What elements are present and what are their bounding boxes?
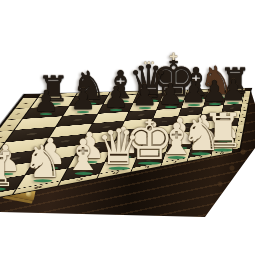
piece-white-knight-b1[interactable]: ♞ [23, 139, 63, 184]
pawn-glyph: ♟ [33, 87, 59, 116]
green-felt-base [33, 180, 52, 183]
cream-cross-finial: ✚ [169, 52, 177, 62]
piece-black-pawn-e7[interactable]: ♟ [158, 80, 184, 109]
green-felt-base [138, 162, 161, 165]
bishop-glyph: ♝ [64, 134, 103, 177]
queen-glyph: ♛ [97, 123, 141, 172]
chess-set-photo: ◆◆◆◆◆◆◆◆◆◆◆◆◆◆◆◆◆◆◆◆◆◆◆◆ABCDEFGH ♜♞♝♚✚♛•… [0, 0, 255, 255]
piece-white-rook-a1[interactable]: ♜ [0, 146, 17, 193]
pawn-glyph: ♟ [70, 85, 96, 114]
green-felt-base [40, 113, 52, 115]
piece-white-bishop-c1[interactable]: ♝ [64, 134, 103, 177]
knight-glyph: ♞ [23, 139, 63, 184]
piece-black-pawn-d7[interactable]: ♟ [132, 81, 158, 110]
pawn-glyph: ♟ [132, 81, 158, 110]
pieces-layer: ♜♞♝♚✚♛•••♝♞♟♜♟♟♟♟♟♟♟♟♟♟♜♟♞♟♝♟♚♛♟♝♟♞♜ [0, 0, 255, 255]
cream-dots-finial: ••• [143, 60, 154, 68]
green-felt-base [77, 111, 89, 113]
piece-black-pawn-a7[interactable]: ♟ [33, 87, 59, 116]
piece-white-queen-d1[interactable]: ♛ [97, 123, 141, 172]
green-felt-base [108, 167, 129, 170]
green-felt-base [74, 172, 92, 175]
rook-glyph: ♜ [0, 146, 17, 193]
green-felt-base [188, 104, 200, 106]
piece-black-pawn-b7[interactable]: ♟ [70, 85, 96, 114]
pawn-glyph: ♟ [158, 80, 184, 109]
green-felt-base [110, 109, 122, 111]
